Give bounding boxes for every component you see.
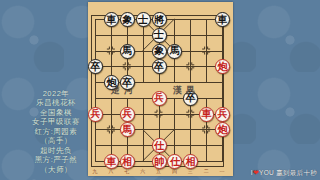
piece-black-車[interactable]: 車 xyxy=(104,12,119,27)
piece-red-仕[interactable]: 仕 xyxy=(152,138,167,153)
file-label: 四 xyxy=(172,169,177,174)
file-label: 二 xyxy=(204,169,209,174)
piece-black-車[interactable]: 車 xyxy=(215,12,230,27)
piece-black-象[interactable]: 象 xyxy=(120,12,135,27)
piece-red-兵[interactable]: 兵 xyxy=(88,107,103,122)
piece-red-帥[interactable]: 帥 xyxy=(152,154,167,169)
piece-black-象[interactable]: 象 xyxy=(152,44,167,59)
file-label: 三 xyxy=(188,169,193,174)
piece-black-馬[interactable]: 馬 xyxy=(120,44,135,59)
piece-red-相[interactable]: 相 xyxy=(120,154,135,169)
piece-red-兵[interactable]: 兵 xyxy=(152,91,167,106)
piece-black-士[interactable]: 士 xyxy=(152,28,167,43)
piece-black-卒[interactable]: 卒 xyxy=(152,59,167,74)
piece-black-炮[interactable]: 炮 xyxy=(104,75,119,90)
piece-red-車[interactable]: 車 xyxy=(104,154,119,169)
file-label: 一 xyxy=(220,169,225,174)
piece-black-馬[interactable]: 馬 xyxy=(167,44,182,59)
piece-red-兵[interactable]: 兵 xyxy=(215,107,230,122)
file-label: 七 xyxy=(124,169,129,174)
piece-red-兵[interactable]: 兵 xyxy=(120,107,135,122)
file-label: 五 xyxy=(156,169,161,174)
piece-black-卒[interactable]: 卒 xyxy=(120,75,135,90)
file-label: 八 xyxy=(108,169,113,174)
piece-black-士[interactable]: 士 xyxy=(136,12,151,27)
video-frame: 2022年 乐昌桃花杯 全国象棋 女子甲级联赛 红方:周园素 （高手） 超时先负… xyxy=(0,0,320,180)
file-label: 九 xyxy=(93,169,98,174)
piece-black-將[interactable]: 將 xyxy=(152,12,167,27)
watermark-slogan: 赢到最后十秒 xyxy=(276,169,317,176)
channel-watermark: I❤YOU 赢到最后十秒 xyxy=(251,169,317,178)
file-label: 六 xyxy=(140,169,145,174)
watermark-you: YOU xyxy=(259,169,274,176)
piece-red-車[interactable]: 車 xyxy=(199,107,214,122)
xiangqi-board[interactable]: 楚河 漢界 九八七六五四三二一 車象士將車士馬象馬卒卒炮炮卒兵卒兵兵車兵馬炮仕車… xyxy=(88,2,233,176)
